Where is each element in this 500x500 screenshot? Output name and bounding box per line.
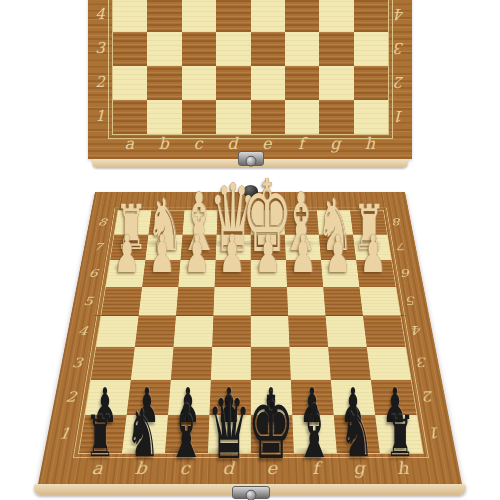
board-fold-seam — [94, 315, 406, 316]
square-c3 — [171, 347, 212, 380]
square-g1 — [319, 100, 353, 134]
square-h1 — [354, 100, 388, 134]
square-a4 — [113, 0, 147, 32]
file-label-c: c — [188, 130, 208, 156]
square-c6 — [178, 260, 215, 287]
rank-label-6-left: 6 — [77, 260, 110, 287]
rank-label-4-left: 4 — [88, 0, 112, 31]
square-b1 — [147, 100, 181, 134]
square-a7 — [110, 235, 148, 261]
square-b7 — [145, 235, 182, 261]
square-f3 — [285, 32, 319, 66]
square-a4 — [96, 316, 138, 347]
file-label-h: h — [387, 454, 418, 483]
square-h8 — [350, 211, 387, 235]
rank-label-1-right: 1 — [416, 414, 456, 452]
rank-label-2-right: 2 — [387, 65, 412, 99]
square-h1 — [375, 415, 423, 453]
square-a3 — [91, 347, 135, 380]
open-chess-board: 87654321 87654321 abcdefgh — [20, 192, 480, 492]
file-label-b: b — [154, 130, 174, 156]
square-h3 — [367, 347, 411, 380]
square-e6 — [251, 260, 287, 287]
square-c4 — [173, 316, 213, 347]
square-b2 — [127, 380, 171, 415]
square-d1 — [208, 415, 251, 453]
square-e3 — [251, 32, 285, 66]
square-c1 — [182, 100, 216, 134]
square-f2 — [285, 66, 319, 100]
square-e5 — [251, 287, 288, 316]
file-label-c: c — [170, 454, 199, 483]
square-g2 — [331, 380, 375, 415]
rank-label-5-right: 5 — [395, 287, 429, 316]
rank-label-4-right: 4 — [400, 315, 436, 346]
square-c1 — [165, 415, 209, 453]
square-d4 — [212, 316, 251, 347]
square-g7 — [319, 235, 356, 261]
square-c5 — [176, 287, 215, 316]
file-label-h: h — [360, 130, 380, 156]
square-c3 — [182, 32, 216, 66]
square-d5 — [213, 287, 250, 316]
square-b8 — [148, 211, 184, 235]
square-c4 — [182, 0, 216, 32]
open-board-squares — [78, 210, 424, 454]
square-e4 — [251, 0, 285, 32]
square-e4 — [251, 316, 290, 347]
square-g4 — [319, 0, 353, 32]
rank-label-8-left: 8 — [87, 210, 118, 234]
rank-label-1-right: 1 — [387, 99, 412, 133]
square-d2 — [216, 66, 250, 100]
square-e3 — [251, 347, 291, 380]
square-g8 — [317, 211, 353, 235]
rank-label-7-right: 7 — [386, 234, 418, 259]
square-e1 — [251, 415, 294, 453]
square-a2 — [85, 380, 131, 415]
latch-knob-far-edge — [243, 185, 258, 197]
metal-clasp-folded-box — [238, 151, 264, 166]
square-e1 — [251, 100, 285, 134]
square-a5 — [101, 287, 142, 316]
rank-label-2-right: 2 — [410, 379, 449, 414]
rank-label-7-left: 7 — [82, 234, 114, 259]
square-d6 — [215, 260, 251, 287]
square-f2 — [291, 380, 334, 415]
square-g3 — [328, 347, 371, 380]
folded-rank-labels-left: 4321 — [88, 0, 112, 133]
square-g4 — [326, 316, 367, 347]
chess-set-product-photo: 4321 4321 abcdefgh 87654321 87654321 abc… — [0, 0, 500, 500]
square-g3 — [319, 32, 353, 66]
rank-label-6-right: 6 — [390, 260, 423, 287]
square-h7 — [353, 235, 391, 261]
square-g5 — [323, 287, 363, 316]
square-h3 — [354, 32, 388, 66]
file-label-a: a — [119, 130, 139, 156]
square-e2 — [251, 380, 292, 415]
square-d4 — [216, 0, 250, 32]
square-b4 — [135, 316, 176, 347]
square-b3 — [131, 347, 174, 380]
open-board-surface: 87654321 87654321 abcdefgh — [38, 192, 462, 484]
square-d8 — [217, 211, 251, 235]
square-g6 — [321, 260, 359, 287]
square-f3 — [289, 347, 330, 380]
square-a6 — [106, 260, 146, 287]
rank-label-3-right: 3 — [405, 346, 442, 379]
square-d3 — [216, 32, 250, 66]
square-a2 — [113, 66, 147, 100]
file-label-e: e — [258, 454, 286, 483]
rank-label-2-left: 2 — [88, 65, 112, 99]
square-f5 — [287, 287, 326, 316]
file-label-f: f — [291, 130, 311, 156]
square-h6 — [356, 260, 396, 287]
square-f4 — [285, 0, 319, 32]
square-a3 — [113, 32, 147, 66]
square-d2 — [209, 380, 250, 415]
file-label-g: g — [344, 454, 374, 483]
square-f1 — [292, 415, 337, 453]
square-h4 — [354, 0, 388, 32]
file-label-g: g — [325, 130, 345, 156]
square-d7 — [216, 235, 251, 261]
square-c7 — [180, 235, 216, 261]
square-f6 — [286, 260, 323, 287]
file-label-b: b — [126, 454, 156, 483]
square-h2 — [354, 66, 388, 100]
square-f8 — [284, 211, 319, 235]
square-e7 — [251, 235, 286, 261]
folded-board-squares — [112, 0, 389, 135]
square-b3 — [147, 32, 181, 66]
file-label-a: a — [82, 454, 113, 483]
square-h5 — [359, 287, 400, 316]
square-e2 — [251, 66, 285, 100]
square-d1 — [216, 100, 250, 134]
folded-chess-box: 4321 4321 abcdefgh — [88, 0, 412, 159]
file-label-d: d — [214, 454, 242, 483]
square-f7 — [285, 235, 321, 261]
rank-label-1-left: 1 — [88, 99, 112, 133]
square-a8 — [114, 211, 151, 235]
square-f4 — [288, 316, 328, 347]
square-a1 — [113, 100, 147, 134]
square-b6 — [142, 260, 180, 287]
rank-label-4-right: 4 — [387, 0, 412, 31]
square-c2 — [168, 380, 211, 415]
square-f1 — [285, 100, 319, 134]
square-a1 — [79, 415, 127, 453]
file-label-f: f — [301, 454, 330, 483]
square-b5 — [139, 287, 179, 316]
square-d3 — [211, 347, 251, 380]
metal-clasp-open-board — [232, 486, 270, 499]
square-g2 — [319, 66, 353, 100]
square-b1 — [122, 415, 168, 453]
square-h2 — [371, 380, 417, 415]
square-c2 — [182, 66, 216, 100]
rank-label-3-left: 3 — [88, 31, 112, 65]
square-h4 — [363, 316, 405, 347]
square-e8 — [251, 211, 285, 235]
square-g1 — [334, 415, 380, 453]
square-b2 — [147, 66, 181, 100]
rank-label-3-right: 3 — [387, 31, 412, 65]
rank-label-8-right: 8 — [382, 210, 413, 234]
square-c8 — [183, 211, 218, 235]
square-b4 — [147, 0, 181, 32]
open-file-labels: abcdefgh — [73, 454, 427, 484]
folded-rank-labels-right-mirrored: 4321 — [387, 0, 412, 133]
